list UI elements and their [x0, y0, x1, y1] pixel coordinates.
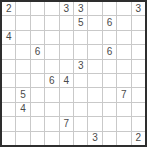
cell-r2c10[interactable]: [132, 16, 145, 29]
cell-r7c10[interactable]: [132, 88, 145, 101]
cell-r2c7[interactable]: [88, 16, 101, 29]
cell-r6c3[interactable]: [31, 74, 44, 87]
cell-r9c5[interactable]: 7: [60, 117, 73, 130]
cell-r4c3[interactable]: 6: [31, 45, 44, 58]
cell-r10c2[interactable]: [16, 132, 29, 145]
cell-r5c3[interactable]: [31, 60, 44, 73]
cell-r7c3[interactable]: [31, 88, 44, 101]
cell-r8c2[interactable]: 4: [16, 103, 29, 116]
cell-r6c4[interactable]: 6: [45, 74, 58, 87]
cell-r5c5[interactable]: [60, 60, 73, 73]
cell-r9c4[interactable]: [45, 117, 58, 130]
cell-r9c6[interactable]: [74, 117, 87, 130]
cell-r3c8[interactable]: [103, 31, 116, 44]
cell-r5c4[interactable]: [45, 60, 58, 73]
puzzle-board: 233356466364574732: [0, 0, 147, 147]
cell-r1c2[interactable]: [16, 2, 29, 15]
cell-r10c1[interactable]: [2, 132, 15, 145]
cell-r7c1[interactable]: [2, 88, 15, 101]
cell-r6c5[interactable]: 4: [60, 74, 73, 87]
cell-r9c3[interactable]: [31, 117, 44, 130]
cell-r2c4[interactable]: [45, 16, 58, 29]
cell-r1c7[interactable]: [88, 2, 101, 15]
cell-r2c6[interactable]: 5: [74, 16, 87, 29]
cell-r3c1[interactable]: 4: [2, 31, 15, 44]
cell-r7c9[interactable]: 7: [117, 88, 130, 101]
cell-r10c4[interactable]: [45, 132, 58, 145]
cell-r6c6[interactable]: [74, 74, 87, 87]
cell-r9c1[interactable]: [2, 117, 15, 130]
cell-r4c7[interactable]: [88, 45, 101, 58]
cell-r2c1[interactable]: [2, 16, 15, 29]
cell-r7c6[interactable]: [74, 88, 87, 101]
cell-r3c10[interactable]: [132, 31, 145, 44]
cell-r8c6[interactable]: [74, 103, 87, 116]
cell-r4c5[interactable]: [60, 45, 73, 58]
cell-r1c1[interactable]: 2: [2, 2, 15, 15]
cell-r7c8[interactable]: [103, 88, 116, 101]
cell-r10c9[interactable]: [117, 132, 130, 145]
cell-r7c7[interactable]: [88, 88, 101, 101]
cell-r8c4[interactable]: [45, 103, 58, 116]
cell-r2c9[interactable]: [117, 16, 130, 29]
cell-r9c2[interactable]: [16, 117, 29, 130]
cell-r4c4[interactable]: [45, 45, 58, 58]
cell-r6c2[interactable]: [16, 74, 29, 87]
cell-r5c7[interactable]: [88, 60, 101, 73]
cell-r8c3[interactable]: [31, 103, 44, 116]
cell-r5c6[interactable]: 3: [74, 60, 87, 73]
cell-r1c9[interactable]: [117, 2, 130, 15]
cell-r10c10[interactable]: 2: [132, 132, 145, 145]
cell-r3c6[interactable]: [74, 31, 87, 44]
cell-r8c7[interactable]: [88, 103, 101, 116]
cell-r1c5[interactable]: 3: [60, 2, 73, 15]
cell-r3c9[interactable]: [117, 31, 130, 44]
cell-r5c8[interactable]: [103, 60, 116, 73]
cell-r4c1[interactable]: [2, 45, 15, 58]
cell-r10c7[interactable]: 3: [88, 132, 101, 145]
cell-r1c6[interactable]: 3: [74, 2, 87, 15]
cell-r6c8[interactable]: [103, 74, 116, 87]
cell-r4c10[interactable]: [132, 45, 145, 58]
cell-r10c8[interactable]: [103, 132, 116, 145]
cell-r9c9[interactable]: [117, 117, 130, 130]
cell-r1c10[interactable]: 3: [132, 2, 145, 15]
cell-r6c9[interactable]: [117, 74, 130, 87]
cell-r3c7[interactable]: [88, 31, 101, 44]
cell-r5c9[interactable]: [117, 60, 130, 73]
cell-r8c9[interactable]: [117, 103, 130, 116]
cell-r1c8[interactable]: [103, 2, 116, 15]
cell-r10c5[interactable]: [60, 132, 73, 145]
cell-r7c5[interactable]: [60, 88, 73, 101]
cell-r5c1[interactable]: [2, 60, 15, 73]
cell-r8c1[interactable]: [2, 103, 15, 116]
cell-r1c4[interactable]: [45, 2, 58, 15]
cell-r10c6[interactable]: [74, 132, 87, 145]
cell-r9c8[interactable]: [103, 117, 116, 130]
cell-r4c9[interactable]: [117, 45, 130, 58]
cell-r2c2[interactable]: [16, 16, 29, 29]
cell-r1c3[interactable]: [31, 2, 44, 15]
cell-r3c3[interactable]: [31, 31, 44, 44]
cell-r9c7[interactable]: [88, 117, 101, 130]
cell-r4c8[interactable]: 6: [103, 45, 116, 58]
cell-r3c2[interactable]: [16, 31, 29, 44]
cell-r6c10[interactable]: [132, 74, 145, 87]
cell-r8c10[interactable]: [132, 103, 145, 116]
cell-r4c6[interactable]: [74, 45, 87, 58]
cell-r6c7[interactable]: [88, 74, 101, 87]
cell-r9c10[interactable]: [132, 117, 145, 130]
cell-r6c1[interactable]: [2, 74, 15, 87]
cell-r7c2[interactable]: 5: [16, 88, 29, 101]
cell-r5c10[interactable]: [132, 60, 145, 73]
cell-r10c3[interactable]: [31, 132, 44, 145]
cell-r5c2[interactable]: [16, 60, 29, 73]
cell-r7c4[interactable]: [45, 88, 58, 101]
cell-r3c4[interactable]: [45, 31, 58, 44]
cell-r8c8[interactable]: [103, 103, 116, 116]
cell-r2c5[interactable]: [60, 16, 73, 29]
cell-r8c5[interactable]: [60, 103, 73, 116]
cell-r2c8[interactable]: 6: [103, 16, 116, 29]
cell-r3c5[interactable]: [60, 31, 73, 44]
cell-r2c3[interactable]: [31, 16, 44, 29]
cell-r4c2[interactable]: [16, 45, 29, 58]
